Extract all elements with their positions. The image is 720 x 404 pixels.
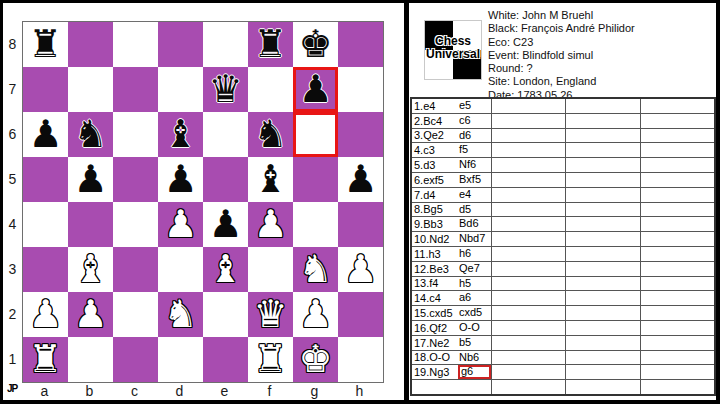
empty-cell bbox=[492, 246, 566, 261]
current-move: g6 bbox=[458, 365, 491, 379]
empty-cell bbox=[492, 350, 566, 365]
white-rook-icon: ♜ bbox=[28, 337, 62, 382]
square-c7[interactable] bbox=[113, 67, 158, 112]
move-cell: 6.exf5Bxf5 bbox=[411, 172, 492, 187]
empty-cell bbox=[492, 291, 566, 306]
game-info-panel: Chess Universal White: John M BruehlBlac… bbox=[409, 3, 716, 400]
rank-labels: 87654321 bbox=[3, 21, 22, 381]
square-b7[interactable] bbox=[68, 67, 113, 112]
rank-label-4: 4 bbox=[3, 201, 22, 246]
empty-cell bbox=[641, 261, 715, 276]
square-d5[interactable]: ♟ bbox=[158, 157, 203, 202]
square-e8[interactable] bbox=[203, 22, 248, 67]
white-king-icon: ♚ bbox=[298, 337, 332, 382]
rank-label-1: 1 bbox=[3, 336, 22, 381]
black-pawn-icon: ♟ bbox=[343, 157, 377, 202]
black-knight-icon: ♞ bbox=[253, 112, 287, 157]
move-row-11: 11.h3h6 bbox=[411, 246, 715, 261]
move-row-17: 17.Ne2b5 bbox=[411, 335, 715, 350]
empty-cell bbox=[641, 350, 715, 365]
empty-cell bbox=[641, 380, 715, 395]
empty-cell bbox=[566, 350, 641, 365]
square-e2[interactable] bbox=[203, 292, 248, 337]
black-bishop-icon: ♝ bbox=[253, 157, 287, 202]
tag-round: Round: ? bbox=[488, 62, 635, 75]
empty-cell bbox=[492, 172, 566, 187]
square-a8[interactable]: ♜ bbox=[23, 22, 68, 67]
black-move: h5 bbox=[458, 277, 491, 291]
move-row-5: 5.d3Nf6 bbox=[411, 158, 715, 173]
square-c3[interactable] bbox=[113, 247, 158, 292]
empty-cell bbox=[566, 202, 641, 217]
empty-cell bbox=[566, 128, 641, 143]
empty-cell bbox=[492, 365, 566, 380]
white-move: 16.Qf2 bbox=[412, 322, 458, 334]
square-g8[interactable]: ♚ bbox=[293, 22, 338, 67]
empty-cell bbox=[566, 365, 641, 380]
square-a6[interactable]: ♟ bbox=[23, 112, 68, 157]
black-move: d5 bbox=[458, 203, 491, 217]
white-queen-icon: ♛ bbox=[253, 292, 287, 337]
square-d6[interactable]: ♝ bbox=[158, 112, 203, 157]
black-queen-icon: ♛ bbox=[208, 67, 242, 112]
square-b5[interactable]: ♟ bbox=[68, 157, 113, 202]
move-list-table: 1.e4e52.Bc4c63.Qe2d64.c3f55.d3Nf66.exf5B… bbox=[410, 97, 716, 396]
rank-label-5: 5 bbox=[3, 156, 22, 201]
empty-cell bbox=[566, 98, 641, 113]
tag-eco: Eco: C23 bbox=[488, 36, 635, 49]
white-move: 4.c3 bbox=[412, 144, 458, 156]
file-label-b: b bbox=[67, 383, 112, 399]
white-move: 7.d4 bbox=[412, 189, 458, 201]
move-row-7: 7.d4e4 bbox=[411, 187, 715, 202]
move-cell: 10.Nd2Nbd7 bbox=[411, 232, 492, 247]
square-b3[interactable]: ♝ bbox=[68, 247, 113, 292]
square-f3[interactable] bbox=[248, 247, 293, 292]
black-bishop-icon: ♝ bbox=[163, 112, 197, 157]
move-cell: 18.O-ONb6 bbox=[411, 350, 492, 365]
move-cell: 8.Bg5d5 bbox=[411, 202, 492, 217]
black-move: Nf6 bbox=[458, 158, 491, 172]
black-pawn-icon: ♟ bbox=[163, 157, 197, 202]
empty-cell bbox=[566, 306, 641, 321]
white-pawn-icon: ♟ bbox=[163, 202, 197, 247]
black-pawn-icon: ♟ bbox=[28, 112, 62, 157]
move-row-15: 15.cxd5cxd5 bbox=[411, 306, 715, 321]
black-rook-icon: ♜ bbox=[253, 22, 287, 67]
move-row-1: 1.e4e5 bbox=[411, 98, 715, 113]
empty-cell bbox=[641, 143, 715, 158]
black-move: a6 bbox=[458, 291, 491, 305]
empty-cell bbox=[492, 187, 566, 202]
move-cell: 2.Bc4c6 bbox=[411, 113, 492, 128]
white-move: 6.exf5 bbox=[412, 174, 458, 186]
jp-watermark: JP bbox=[7, 383, 17, 394]
move-row-18: 18.O-ONb6 bbox=[411, 350, 715, 365]
square-h8[interactable] bbox=[338, 22, 383, 67]
empty-cell bbox=[641, 246, 715, 261]
move-row-4: 4.c3f5 bbox=[411, 143, 715, 158]
move-cell: 9.Bb3Bd6 bbox=[411, 217, 492, 232]
square-f4[interactable]: ♟ bbox=[248, 202, 293, 247]
square-f2[interactable]: ♛ bbox=[248, 292, 293, 337]
white-knight-icon: ♞ bbox=[163, 292, 197, 337]
white-move: 19.Ng3 bbox=[412, 366, 458, 378]
white-pawn-icon: ♟ bbox=[73, 292, 107, 337]
empty-cell bbox=[492, 217, 566, 232]
empty-cell bbox=[566, 158, 641, 173]
white-move: 5.d3 bbox=[412, 159, 458, 171]
square-e7[interactable]: ♛ bbox=[203, 67, 248, 112]
empty-cell bbox=[566, 217, 641, 232]
square-h5[interactable]: ♟ bbox=[338, 157, 383, 202]
move-cell: 7.d4e4 bbox=[411, 187, 492, 202]
empty-cell bbox=[641, 365, 715, 380]
square-g1[interactable]: ♚ bbox=[293, 337, 338, 382]
square-c6[interactable] bbox=[113, 112, 158, 157]
chess-board: ♜♜♚♛♟♟♞♝♞♟♟♝♟♟♟♟♝♝♞♟♟♟♞♛♟♜♜♚ bbox=[22, 21, 384, 383]
square-f8[interactable]: ♜ bbox=[248, 22, 293, 67]
empty-cell bbox=[492, 380, 566, 395]
square-g3[interactable]: ♞ bbox=[293, 247, 338, 292]
black-move: e4 bbox=[458, 188, 491, 202]
empty-cell bbox=[492, 276, 566, 291]
square-h4[interactable] bbox=[338, 202, 383, 247]
empty-cell bbox=[641, 232, 715, 247]
move-row-10: 10.Nd2Nbd7 bbox=[411, 232, 715, 247]
move-row-12: 12.Be3Qe7 bbox=[411, 261, 715, 276]
square-d4[interactable]: ♟ bbox=[158, 202, 203, 247]
empty-cell bbox=[492, 158, 566, 173]
empty-cell bbox=[566, 335, 641, 350]
move-cell bbox=[411, 380, 492, 395]
square-d1[interactable] bbox=[158, 337, 203, 382]
move-cell: 16.Qf2O-O bbox=[411, 320, 492, 335]
square-f1[interactable]: ♜ bbox=[248, 337, 293, 382]
white-move: 9.Bb3 bbox=[412, 218, 458, 230]
file-label-e: e bbox=[202, 383, 247, 399]
white-move: 1.e4 bbox=[412, 100, 458, 112]
empty-cell bbox=[566, 291, 641, 306]
move-list-body: 1.e4e52.Bc4c63.Qe2d64.c3f55.d3Nf66.exf5B… bbox=[411, 98, 715, 395]
file-label-c: c bbox=[112, 383, 157, 399]
black-move: f5 bbox=[458, 143, 491, 157]
move-row-14: 14.c4a6 bbox=[411, 291, 715, 306]
move-row-9: 9.Bb3Bd6 bbox=[411, 217, 715, 232]
move-row-13: 13.f4h5 bbox=[411, 276, 715, 291]
empty-cell bbox=[566, 187, 641, 202]
square-f5[interactable]: ♝ bbox=[248, 157, 293, 202]
empty-cell bbox=[492, 232, 566, 247]
empty-cell bbox=[641, 202, 715, 217]
square-d3[interactable] bbox=[158, 247, 203, 292]
black-rook-icon: ♜ bbox=[28, 22, 62, 67]
white-move: 2.Bc4 bbox=[412, 115, 458, 127]
empty-cell bbox=[566, 143, 641, 158]
move-cell: 3.Qe2d6 bbox=[411, 128, 492, 143]
black-move: h6 bbox=[458, 247, 491, 261]
file-label-a: a bbox=[22, 383, 67, 399]
white-move: 17.Ne2 bbox=[412, 337, 458, 349]
empty-cell bbox=[641, 276, 715, 291]
black-move: e5 bbox=[458, 99, 491, 113]
white-move: 10.Nd2 bbox=[412, 233, 458, 245]
square-b2[interactable]: ♟ bbox=[68, 292, 113, 337]
empty-cell bbox=[566, 232, 641, 247]
white-move: 12.Be3 bbox=[412, 263, 458, 275]
white-pawn-icon: ♟ bbox=[253, 202, 287, 247]
square-c2[interactable] bbox=[113, 292, 158, 337]
white-move: 13.f4 bbox=[412, 277, 458, 289]
empty-cell bbox=[492, 335, 566, 350]
empty-cell bbox=[566, 276, 641, 291]
rank-label-7: 7 bbox=[3, 66, 22, 111]
white-pawn-icon: ♟ bbox=[298, 292, 332, 337]
square-c1[interactable] bbox=[113, 337, 158, 382]
file-label-g: g bbox=[292, 383, 337, 399]
black-move: b5 bbox=[458, 336, 491, 350]
empty-cell bbox=[492, 261, 566, 276]
move-row-16: 16.Qf2O-O bbox=[411, 320, 715, 335]
move-row-2: 2.Bc4c6 bbox=[411, 113, 715, 128]
white-move: 8.Bg5 bbox=[412, 203, 458, 215]
square-e6[interactable] bbox=[203, 112, 248, 157]
empty-cell bbox=[641, 128, 715, 143]
square-h6[interactable] bbox=[338, 112, 383, 157]
white-move: 3.Qe2 bbox=[412, 129, 458, 141]
square-a4[interactable] bbox=[23, 202, 68, 247]
empty-cell bbox=[641, 172, 715, 187]
square-h1[interactable] bbox=[338, 337, 383, 382]
move-row-19: 19.Ng3g6 bbox=[411, 365, 715, 380]
empty-cell bbox=[566, 320, 641, 335]
tag-black: Black: François André Philidor bbox=[488, 22, 635, 35]
black-move: Bxf5 bbox=[458, 173, 491, 187]
white-move: 11.h3 bbox=[412, 248, 458, 260]
logo-text: Chess Universal bbox=[425, 35, 481, 61]
black-move: Qe7 bbox=[458, 262, 491, 276]
tag-event: Event: Blindfold simul bbox=[488, 49, 635, 62]
move-row-6: 6.exf5Bxf5 bbox=[411, 172, 715, 187]
tag-site: Site: London, England bbox=[488, 75, 635, 88]
square-c5[interactable] bbox=[113, 157, 158, 202]
move-cell: 17.Ne2b5 bbox=[411, 335, 492, 350]
rank-label-6: 6 bbox=[3, 111, 22, 156]
black-move: d6 bbox=[458, 129, 491, 143]
square-b1[interactable] bbox=[68, 337, 113, 382]
empty-cell bbox=[492, 128, 566, 143]
empty-cell bbox=[641, 306, 715, 321]
white-bishop-icon: ♝ bbox=[208, 247, 242, 292]
black-move: Nb6 bbox=[458, 351, 491, 365]
empty-cell bbox=[566, 113, 641, 128]
square-b4[interactable] bbox=[68, 202, 113, 247]
square-c8[interactable] bbox=[113, 22, 158, 67]
move-cell: 4.c3f5 bbox=[411, 143, 492, 158]
rank-label-8: 8 bbox=[3, 21, 22, 66]
empty-cell bbox=[641, 98, 715, 113]
empty-cell bbox=[492, 143, 566, 158]
black-move: O-O bbox=[458, 321, 491, 335]
tag-white: White: John M Bruehl bbox=[488, 9, 635, 22]
square-d7[interactable] bbox=[158, 67, 203, 112]
square-g5[interactable] bbox=[293, 157, 338, 202]
square-a5[interactable] bbox=[23, 157, 68, 202]
black-pawn-icon: ♟ bbox=[298, 67, 332, 112]
square-b8[interactable] bbox=[68, 22, 113, 67]
file-labels: abcdefgh bbox=[22, 383, 382, 399]
empty-cell bbox=[492, 202, 566, 217]
move-cell: 12.Be3Qe7 bbox=[411, 261, 492, 276]
empty-cell bbox=[566, 380, 641, 395]
move-cell: 5.d3Nf6 bbox=[411, 158, 492, 173]
square-f7[interactable] bbox=[248, 67, 293, 112]
rank-label-2: 2 bbox=[3, 291, 22, 336]
file-label-f: f bbox=[247, 383, 292, 399]
empty-cell bbox=[566, 261, 641, 276]
empty-cell bbox=[641, 320, 715, 335]
square-c4[interactable] bbox=[113, 202, 158, 247]
move-cell: 14.c4a6 bbox=[411, 291, 492, 306]
empty-cell bbox=[492, 306, 566, 321]
empty-cell bbox=[641, 335, 715, 350]
black-pawn-icon: ♟ bbox=[208, 202, 242, 247]
empty-cell bbox=[492, 113, 566, 128]
empty-cell bbox=[641, 158, 715, 173]
square-g2[interactable]: ♟ bbox=[293, 292, 338, 337]
square-a7[interactable] bbox=[23, 67, 68, 112]
black-king-icon: ♚ bbox=[298, 22, 332, 67]
square-f6[interactable]: ♞ bbox=[248, 112, 293, 157]
square-a1[interactable]: ♜ bbox=[23, 337, 68, 382]
white-move: 14.c4 bbox=[412, 292, 458, 304]
empty-cell bbox=[566, 246, 641, 261]
move-cell: 13.f4h5 bbox=[411, 276, 492, 291]
file-label-h: h bbox=[337, 383, 382, 399]
square-a2[interactable]: ♟ bbox=[23, 292, 68, 337]
move-cell: 19.Ng3g6 bbox=[411, 365, 492, 380]
move-row-20 bbox=[411, 380, 715, 395]
square-g4[interactable] bbox=[293, 202, 338, 247]
white-rook-icon: ♜ bbox=[253, 337, 287, 382]
white-pawn-icon: ♟ bbox=[28, 292, 62, 337]
black-move: Nbd7 bbox=[458, 232, 491, 246]
empty-cell bbox=[566, 172, 641, 187]
empty-cell bbox=[641, 187, 715, 202]
empty-cell bbox=[641, 291, 715, 306]
empty-cell bbox=[492, 98, 566, 113]
chess-universal-logo-icon: Chess Universal bbox=[424, 20, 482, 80]
black-pawn-icon: ♟ bbox=[73, 157, 107, 202]
move-cell: 1.e4e5 bbox=[411, 98, 492, 113]
black-move: cxd5 bbox=[458, 306, 491, 320]
square-h2[interactable] bbox=[338, 292, 383, 337]
black-move: c6 bbox=[458, 114, 491, 128]
game-tags: White: John M BruehlBlack: François Andr… bbox=[488, 9, 635, 102]
square-h7[interactable] bbox=[338, 67, 383, 112]
chess-universal-window: 87654321 ♜♜♚♛♟♟♞♝♞♟♟♝♟♟♟♟♝♝♞♟♟♟♞♛♟♜♜♚ ab… bbox=[0, 0, 720, 404]
board-panel: 87654321 ♜♜♚♛♟♟♞♝♞♟♟♝♟♟♟♟♝♝♞♟♟♟♞♛♟♜♜♚ ab… bbox=[3, 3, 404, 400]
black-move: Bd6 bbox=[458, 217, 491, 231]
square-e1[interactable] bbox=[203, 337, 248, 382]
white-pawn-icon: ♟ bbox=[343, 247, 377, 292]
empty-cell bbox=[641, 217, 715, 232]
rank-label-3: 3 bbox=[3, 246, 22, 291]
black-knight-icon: ♞ bbox=[73, 112, 107, 157]
empty-cell bbox=[492, 320, 566, 335]
logo-line-2: Universal bbox=[425, 48, 481, 61]
square-d8[interactable] bbox=[158, 22, 203, 67]
square-d2[interactable]: ♞ bbox=[158, 292, 203, 337]
square-h3[interactable]: ♟ bbox=[338, 247, 383, 292]
white-move: 15.cxd5 bbox=[412, 307, 458, 319]
empty-cell bbox=[641, 113, 715, 128]
square-e3[interactable]: ♝ bbox=[203, 247, 248, 292]
white-move: 18.O-O bbox=[412, 351, 458, 363]
square-e4[interactable]: ♟ bbox=[203, 202, 248, 247]
white-bishop-icon: ♝ bbox=[73, 247, 107, 292]
square-e5[interactable] bbox=[203, 157, 248, 202]
move-cell: 11.h3h6 bbox=[411, 246, 492, 261]
square-g7[interactable]: ♟ bbox=[293, 67, 338, 112]
move-cell: 15.cxd5cxd5 bbox=[411, 306, 492, 321]
square-g6[interactable] bbox=[293, 112, 338, 157]
move-row-8: 8.Bg5d5 bbox=[411, 202, 715, 217]
square-b6[interactable]: ♞ bbox=[68, 112, 113, 157]
file-label-d: d bbox=[157, 383, 202, 399]
white-knight-icon: ♞ bbox=[298, 247, 332, 292]
move-row-3: 3.Qe2d6 bbox=[411, 128, 715, 143]
square-a3[interactable] bbox=[23, 247, 68, 292]
